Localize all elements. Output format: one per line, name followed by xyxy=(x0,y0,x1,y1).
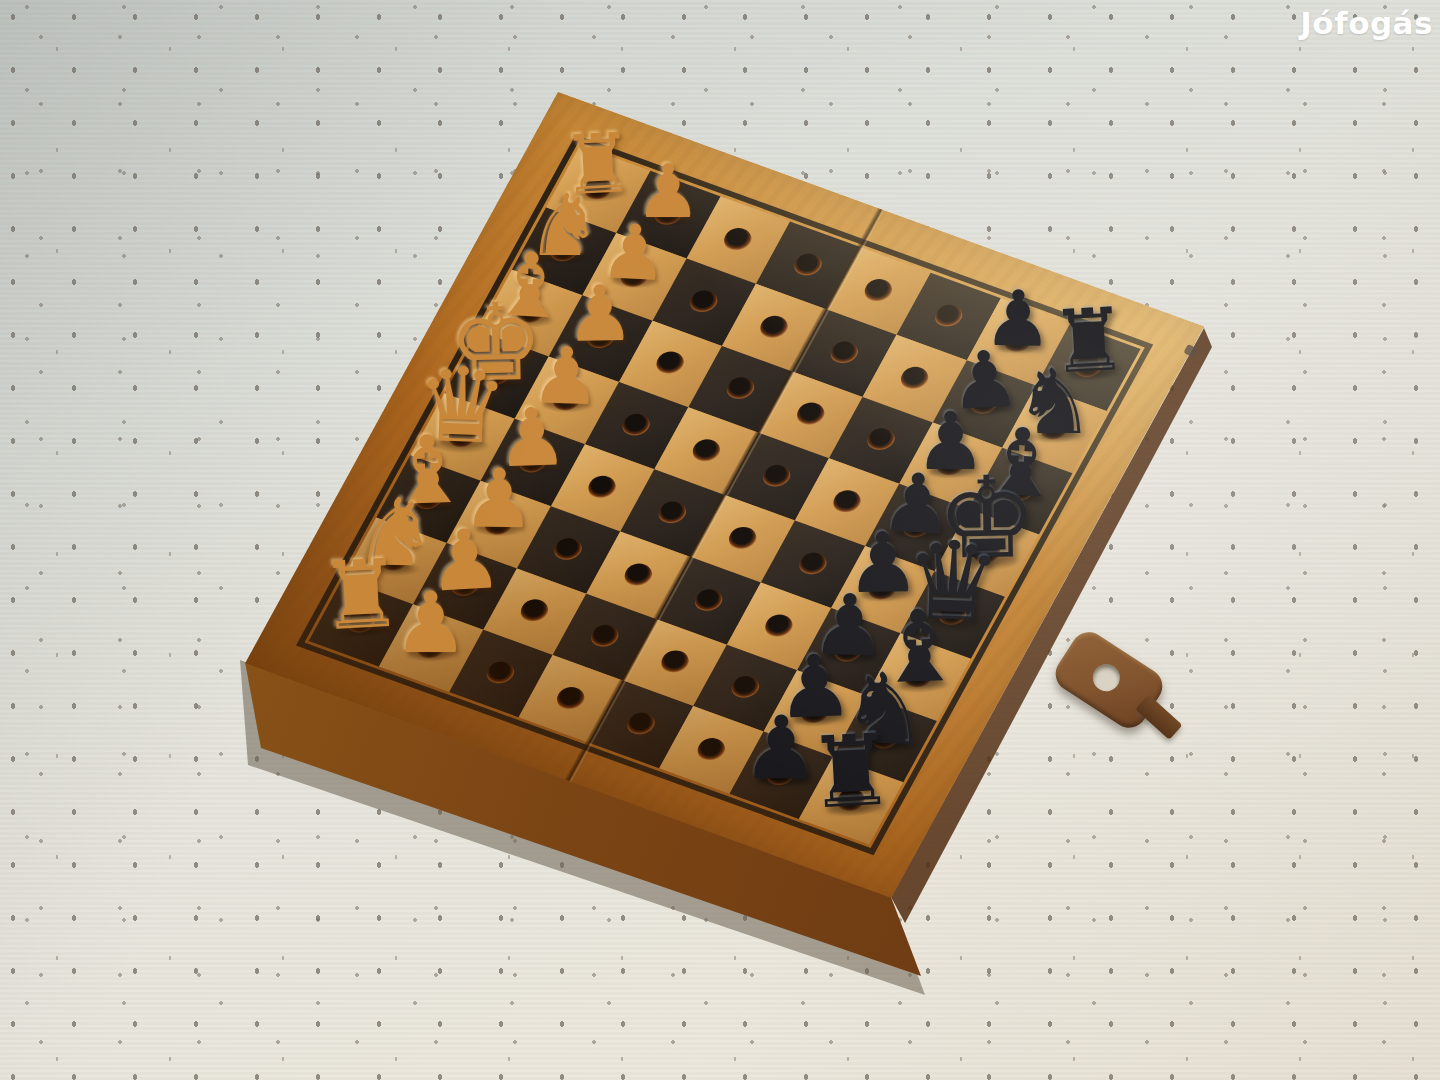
white-rook: ♜ xyxy=(316,546,405,644)
white-pawn: ♟ xyxy=(393,581,469,665)
black-rook: ♜ xyxy=(805,720,898,823)
pieces-layer: ♜♞♝♛♚♝♞♜♟♟♟♟♟♟♟♟♟♟♟♟♟♟♟♟♜♞♝♛♚♝♞♜ xyxy=(0,0,1440,1080)
watermark: Jófogás xyxy=(1300,5,1433,41)
clasp-hole xyxy=(1088,659,1125,696)
photo: ♜♞♝♛♚♝♞♜♟♟♟♟♟♟♟♟♟♟♟♟♟♟♟♟♜♞♝♛♚♝♞♜ xyxy=(0,0,1440,1080)
